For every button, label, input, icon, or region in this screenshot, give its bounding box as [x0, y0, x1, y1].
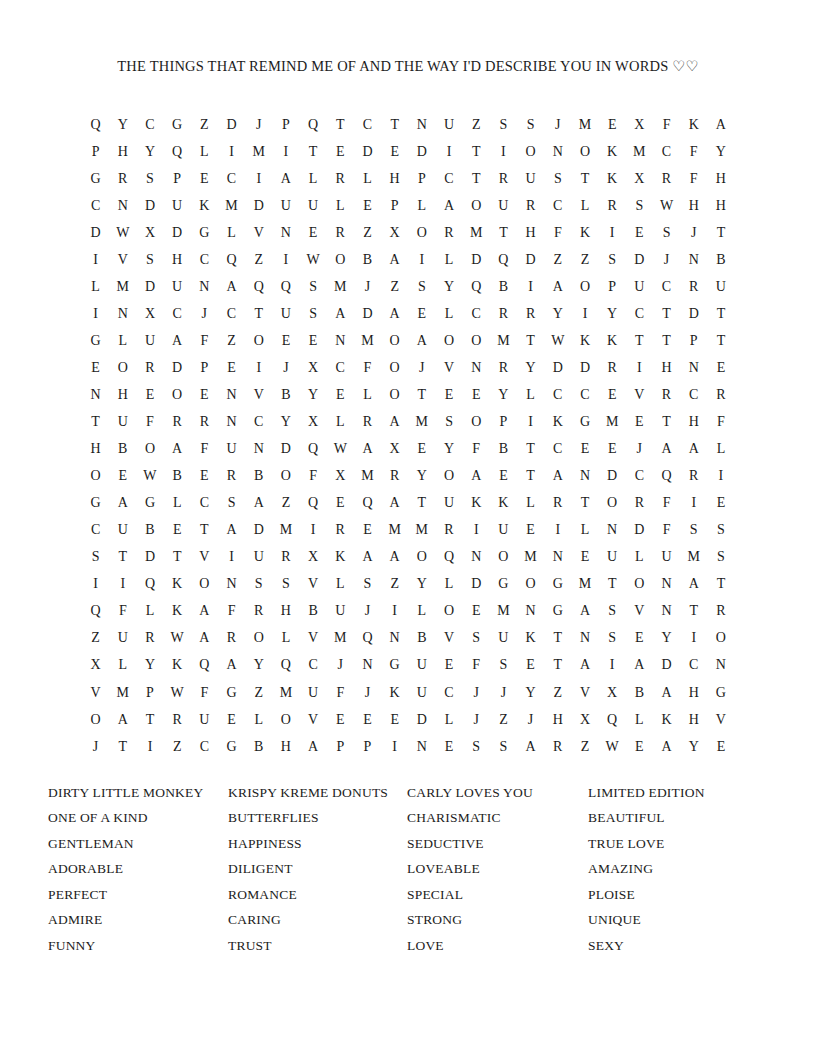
grid-cell-r6c22: J	[653, 246, 680, 273]
grid-cell-r2c14: I	[435, 138, 462, 165]
grid-cell-r7c12: Z	[381, 273, 408, 300]
grid-cell-r13c23: A	[680, 436, 707, 463]
word-list-item: ADMIRE	[48, 907, 203, 932]
grid-cell-r20c16: U	[490, 625, 517, 652]
grid-cell-r16c4: E	[164, 517, 191, 544]
grid-cell-r9c21: T	[626, 327, 653, 354]
grid-cell-r5c14: R	[435, 219, 462, 246]
grid-cell-r9c4: A	[164, 327, 191, 354]
grid-cell-r8c22: T	[653, 300, 680, 327]
grid-cell-r6c7: Z	[245, 246, 272, 273]
grid-cell-r19c20: S	[599, 598, 626, 625]
grid-cell-r4c8: U	[272, 192, 299, 219]
grid-cell-r11c2: H	[109, 381, 136, 408]
grid-cell-r4c17: R	[517, 192, 544, 219]
grid-cell-r7c2: M	[109, 273, 136, 300]
grid-cell-r11c21: V	[626, 381, 653, 408]
grid-cell-r3c6: C	[218, 165, 245, 192]
grid-cell-r4c7: D	[245, 192, 272, 219]
grid-cell-r8c3: X	[136, 300, 163, 327]
grid-cell-r11c12: O	[381, 381, 408, 408]
grid-cell-r3c20: K	[599, 165, 626, 192]
grid-cell-r23c7: L	[245, 706, 272, 733]
grid-cell-r9c2: L	[109, 327, 136, 354]
word-list: DIRTY LITTLE MONKEYONE OF A KINDGENTLEMA…	[0, 780, 816, 965]
grid-cell-r14c10: X	[327, 463, 354, 490]
grid-cell-r4c12: P	[381, 192, 408, 219]
grid-cell-r9c13: A	[408, 327, 435, 354]
grid-cell-r11c15: E	[463, 381, 490, 408]
grid-cell-r20c21: E	[626, 625, 653, 652]
grid-cell-r22c6: G	[218, 679, 245, 706]
grid-cell-r3c12: H	[381, 165, 408, 192]
grid-cell-r19c12: I	[381, 598, 408, 625]
grid-cell-r21c5: Q	[191, 652, 218, 679]
grid-cell-r6c8: I	[272, 246, 299, 273]
word-list-item: LOVEABLE	[407, 856, 533, 881]
grid-cell-r10c24: E	[707, 354, 734, 381]
grid-cell-r20c18: T	[544, 625, 571, 652]
grid-cell-r15c21: R	[626, 490, 653, 517]
grid-cell-r5c11: Z	[354, 219, 381, 246]
grid-cell-r10c11: F	[354, 354, 381, 381]
grid-cell-r24c16: S	[490, 733, 517, 760]
grid-cell-r11c6: N	[218, 381, 245, 408]
word-list-item: DIRTY LITTLE MONKEY	[48, 780, 203, 805]
grid-cell-r11c22: R	[653, 381, 680, 408]
grid-cell-r18c1: I	[82, 571, 109, 598]
grid-cell-r17c6: I	[218, 544, 245, 571]
grid-cell-r22c11: J	[354, 679, 381, 706]
grid-cell-r5c8: N	[272, 219, 299, 246]
grid-cell-r13c13: E	[408, 436, 435, 463]
grid-cell-r15c6: S	[218, 490, 245, 517]
grid-cell-r6c20: S	[599, 246, 626, 273]
grid-cell-r23c21: L	[626, 706, 653, 733]
grid-cell-r24c19: Z	[571, 733, 598, 760]
grid-cell-r7c24: U	[707, 273, 734, 300]
grid-cell-r8c17: R	[517, 300, 544, 327]
grid-cell-r20c20: S	[599, 625, 626, 652]
grid-cell-r19c17: N	[517, 598, 544, 625]
grid-cell-r5c21: E	[626, 219, 653, 246]
grid-cell-r22c2: M	[109, 679, 136, 706]
grid-cell-r24c11: P	[354, 733, 381, 760]
grid-cell-r15c8: Z	[272, 490, 299, 517]
grid-cell-r22c13: U	[408, 679, 435, 706]
grid-cell-r1c17: S	[517, 111, 544, 138]
grid-cell-r4c1: C	[82, 192, 109, 219]
grid-cell-r16c18: I	[544, 517, 571, 544]
grid-cell-r21c16: S	[490, 652, 517, 679]
grid-cell-r13c7: N	[245, 436, 272, 463]
grid-cell-r8c19: I	[571, 300, 598, 327]
grid-cell-r4c2: N	[109, 192, 136, 219]
grid-cell-r9c16: M	[490, 327, 517, 354]
grid-cell-r22c19: V	[571, 679, 598, 706]
grid-cell-r3c22: R	[653, 165, 680, 192]
grid-cell-r6c15: D	[463, 246, 490, 273]
grid-cell-r24c17: A	[517, 733, 544, 760]
grid-cell-r7c3: D	[136, 273, 163, 300]
grid-cell-r24c13: N	[408, 733, 435, 760]
grid-cell-r9c9: E	[300, 327, 327, 354]
grid-cell-r7c14: Y	[435, 273, 462, 300]
grid-cell-r22c3: P	[136, 679, 163, 706]
grid-cell-r9c10: N	[327, 327, 354, 354]
grid-cell-r4c24: H	[707, 192, 734, 219]
grid-cell-r2c8: I	[272, 138, 299, 165]
grid-cell-r15c22: F	[653, 490, 680, 517]
grid-cell-r24c8: H	[272, 733, 299, 760]
grid-cell-r1c15: Z	[463, 111, 490, 138]
grid-cell-r15c19: T	[571, 490, 598, 517]
grid-cell-r4c14: A	[435, 192, 462, 219]
grid-cell-r11c9: Y	[300, 381, 327, 408]
grid-cell-r6c16: Q	[490, 246, 517, 273]
grid-cell-r9c7: O	[245, 327, 272, 354]
grid-cell-r20c8: L	[272, 625, 299, 652]
word-column-4: LIMITED EDITIONBEAUTIFULTRUE LOVEAMAZING…	[588, 780, 705, 958]
grid-cell-r23c22: K	[653, 706, 680, 733]
grid-cell-r19c10: U	[327, 598, 354, 625]
grid-cell-r16c6: A	[218, 517, 245, 544]
grid-cell-r21c15: F	[463, 652, 490, 679]
grid-cell-r7c22: C	[653, 273, 680, 300]
grid-cell-r23c10: E	[327, 706, 354, 733]
grid-cell-r12c20: M	[599, 409, 626, 436]
grid-cell-r9c11: M	[354, 327, 381, 354]
grid-cell-r2c13: D	[408, 138, 435, 165]
word-list-item: SEXY	[588, 933, 705, 958]
grid-cell-r3c4: P	[164, 165, 191, 192]
grid-cell-r12c13: M	[408, 409, 435, 436]
grid-cell-r16c5: T	[191, 517, 218, 544]
grid-cell-r13c11: A	[354, 436, 381, 463]
grid-cell-r6c13: I	[408, 246, 435, 273]
grid-cell-r3c7: I	[245, 165, 272, 192]
grid-cell-r24c12: I	[381, 733, 408, 760]
grid-cell-r4c22: W	[653, 192, 680, 219]
grid-cell-r9c22: T	[653, 327, 680, 354]
grid-cell-r23c12: E	[381, 706, 408, 733]
grid-cell-r12c8: Y	[272, 409, 299, 436]
word-column-2: KRISPY KREME DONUTSBUTTERFLIESHAPPINESSD…	[228, 780, 388, 958]
grid-cell-r8c6: C	[218, 300, 245, 327]
grid-cell-r17c19: E	[571, 544, 598, 571]
grid-cell-r11c16: Y	[490, 381, 517, 408]
grid-cell-r11c24: R	[707, 381, 734, 408]
grid-cell-r3c9: L	[300, 165, 327, 192]
grid-cell-r4c15: O	[463, 192, 490, 219]
grid-cell-r11c20: E	[599, 381, 626, 408]
grid-cell-r12c11: R	[354, 409, 381, 436]
grid-cell-r12c23: H	[680, 409, 707, 436]
grid-cell-r2c23: F	[680, 138, 707, 165]
grid-cell-r10c20: R	[599, 354, 626, 381]
grid-cell-r2c19: O	[571, 138, 598, 165]
grid-cell-r24c14: E	[435, 733, 462, 760]
grid-cell-r24c23: Y	[680, 733, 707, 760]
grid-cell-r5c20: I	[599, 219, 626, 246]
grid-cell-r13c4: A	[164, 436, 191, 463]
grid-cell-r19c5: A	[191, 598, 218, 625]
grid-cell-r4c18: C	[544, 192, 571, 219]
grid-cell-r12c21: E	[626, 409, 653, 436]
grid-cell-r4c10: L	[327, 192, 354, 219]
grid-cell-r15c23: I	[680, 490, 707, 517]
grid-cell-r13c12: X	[381, 436, 408, 463]
grid-cell-r1c2: Y	[109, 111, 136, 138]
grid-cell-r18c12: Z	[381, 571, 408, 598]
grid-cell-r9c6: Z	[218, 327, 245, 354]
word-column-1: DIRTY LITTLE MONKEYONE OF A KINDGENTLEMA…	[48, 780, 203, 958]
grid-cell-r12c12: A	[381, 409, 408, 436]
grid-cell-r24c21: E	[626, 733, 653, 760]
grid-cell-r21c10: J	[327, 652, 354, 679]
grid-cell-r10c16: R	[490, 354, 517, 381]
grid-cell-r14c8: O	[272, 463, 299, 490]
grid-cell-r14c23: R	[680, 463, 707, 490]
grid-cell-r17c15: N	[463, 544, 490, 571]
grid-cell-r16c13: M	[408, 517, 435, 544]
grid-cell-r12c4: R	[164, 409, 191, 436]
grid-cell-r22c12: K	[381, 679, 408, 706]
grid-cell-r8c11: D	[354, 300, 381, 327]
grid-cell-r5c18: F	[544, 219, 571, 246]
grid-cell-r7c1: L	[82, 273, 109, 300]
grid-cell-r16c20: N	[599, 517, 626, 544]
grid-cell-r18c9: V	[300, 571, 327, 598]
grid-cell-r7c4: U	[164, 273, 191, 300]
grid-cell-r8c15: C	[463, 300, 490, 327]
grid-cell-r9c3: U	[136, 327, 163, 354]
grid-cell-r1c19: M	[571, 111, 598, 138]
grid-cell-r24c15: S	[463, 733, 490, 760]
grid-cell-r23c18: H	[544, 706, 571, 733]
grid-cell-r18c2: I	[109, 571, 136, 598]
grid-cell-r1c7: J	[245, 111, 272, 138]
grid-cell-r23c24: V	[707, 706, 734, 733]
grid-cell-r13c10: W	[327, 436, 354, 463]
grid-cell-r3c3: S	[136, 165, 163, 192]
word-list-item: STRONG	[407, 907, 533, 932]
grid-cell-r23c1: O	[82, 706, 109, 733]
grid-cell-r17c11: A	[354, 544, 381, 571]
grid-cell-r16c16: U	[490, 517, 517, 544]
grid-cell-r3c15: T	[463, 165, 490, 192]
grid-cell-r16c2: U	[109, 517, 136, 544]
grid-cell-r16c3: B	[136, 517, 163, 544]
grid-cell-r2c24: Y	[707, 138, 734, 165]
grid-cell-r3c10: R	[327, 165, 354, 192]
grid-cell-r6c17: D	[517, 246, 544, 273]
grid-cell-r15c5: C	[191, 490, 218, 517]
grid-cell-r8c7: T	[245, 300, 272, 327]
grid-cell-r1c4: G	[164, 111, 191, 138]
grid-cell-r13c6: U	[218, 436, 245, 463]
grid-cell-r23c13: D	[408, 706, 435, 733]
grid-cell-r15c2: A	[109, 490, 136, 517]
grid-cell-r13c3: O	[136, 436, 163, 463]
word-search-grid: QYCGZDJPQTCTNUZSSJMEXFKAPHYQLIMITEDEDITI…	[82, 111, 735, 760]
grid-cell-r6c24: B	[707, 246, 734, 273]
grid-cell-r6c10: O	[327, 246, 354, 273]
word-list-item: ADORABLE	[48, 856, 203, 881]
grid-cell-r17c16: O	[490, 544, 517, 571]
grid-cell-r3c1: G	[82, 165, 109, 192]
grid-cell-r6c23: N	[680, 246, 707, 273]
grid-cell-r22c17: Y	[517, 679, 544, 706]
grid-cell-r11c5: E	[191, 381, 218, 408]
grid-cell-r20c14: V	[435, 625, 462, 652]
grid-cell-r10c17: Y	[517, 354, 544, 381]
grid-cell-r11c13: T	[408, 381, 435, 408]
grid-cell-r2c3: Y	[136, 138, 163, 165]
grid-cell-r6c19: Z	[571, 246, 598, 273]
grid-cell-r15c13: T	[408, 490, 435, 517]
grid-cell-r9c8: E	[272, 327, 299, 354]
grid-cell-r1c21: X	[626, 111, 653, 138]
grid-cell-r23c15: J	[463, 706, 490, 733]
grid-cell-r13c21: J	[626, 436, 653, 463]
grid-cell-r8c10: A	[327, 300, 354, 327]
grid-cell-r17c24: S	[707, 544, 734, 571]
grid-cell-r8c1: I	[82, 300, 109, 327]
grid-cell-r2c9: T	[300, 138, 327, 165]
grid-cell-r18c18: G	[544, 571, 571, 598]
grid-cell-r19c22: N	[653, 598, 680, 625]
grid-cell-r18c4: K	[164, 571, 191, 598]
grid-cell-r19c18: G	[544, 598, 571, 625]
grid-cell-r22c1: V	[82, 679, 109, 706]
grid-cell-r19c14: O	[435, 598, 462, 625]
word-list-item: TRUST	[228, 933, 388, 958]
grid-cell-r18c6: N	[218, 571, 245, 598]
grid-cell-r19c9: B	[300, 598, 327, 625]
grid-cell-r17c1: S	[82, 544, 109, 571]
grid-cell-r9c1: G	[82, 327, 109, 354]
grid-cell-r23c5: U	[191, 706, 218, 733]
grid-cell-r20c1: Z	[82, 625, 109, 652]
grid-cell-r24c3: I	[136, 733, 163, 760]
grid-cell-r10c1: E	[82, 354, 109, 381]
grid-cell-r20c3: R	[136, 625, 163, 652]
grid-cell-r16c8: M	[272, 517, 299, 544]
grid-cell-r22c15: J	[463, 679, 490, 706]
grid-cell-r1c11: C	[354, 111, 381, 138]
grid-cell-r1c18: J	[544, 111, 571, 138]
grid-cell-r7c6: A	[218, 273, 245, 300]
grid-cell-r24c10: P	[327, 733, 354, 760]
grid-cell-r11c10: E	[327, 381, 354, 408]
grid-cell-r23c2: A	[109, 706, 136, 733]
grid-cell-r22c18: Z	[544, 679, 571, 706]
grid-cell-r24c7: B	[245, 733, 272, 760]
grid-cell-r16c12: M	[381, 517, 408, 544]
grid-cell-r18c17: O	[517, 571, 544, 598]
grid-cell-r8c13: E	[408, 300, 435, 327]
grid-cell-r11c11: L	[354, 381, 381, 408]
grid-cell-r3c23: F	[680, 165, 707, 192]
grid-cell-r14c12: R	[381, 463, 408, 490]
grid-cell-r14c7: B	[245, 463, 272, 490]
grid-cell-r21c11: N	[354, 652, 381, 679]
grid-cell-r5c15: M	[463, 219, 490, 246]
grid-cell-r22c16: J	[490, 679, 517, 706]
word-list-item: FUNNY	[48, 933, 203, 958]
grid-cell-r4c16: U	[490, 192, 517, 219]
grid-cell-r21c18: T	[544, 652, 571, 679]
grid-cell-r14c20: D	[599, 463, 626, 490]
grid-cell-r24c22: A	[653, 733, 680, 760]
grid-cell-r3c21: X	[626, 165, 653, 192]
grid-cell-r2c5: L	[191, 138, 218, 165]
grid-cell-r18c15: D	[463, 571, 490, 598]
grid-cell-r7c15: Q	[463, 273, 490, 300]
grid-cell-r17c21: L	[626, 544, 653, 571]
grid-cell-r4c9: U	[300, 192, 327, 219]
grid-cell-r21c22: D	[653, 652, 680, 679]
grid-cell-r6c14: L	[435, 246, 462, 273]
grid-cell-r11c1: N	[82, 381, 109, 408]
grid-cell-r3c18: S	[544, 165, 571, 192]
grid-cell-r22c4: W	[164, 679, 191, 706]
grid-cell-r10c23: N	[680, 354, 707, 381]
grid-cell-r15c3: G	[136, 490, 163, 517]
grid-cell-r5c16: T	[490, 219, 517, 246]
grid-cell-r10c10: C	[327, 354, 354, 381]
grid-cell-r24c6: G	[218, 733, 245, 760]
grid-cell-r24c20: W	[599, 733, 626, 760]
grid-cell-r10c19: D	[571, 354, 598, 381]
grid-cell-r14c21: C	[626, 463, 653, 490]
grid-cell-r12c6: N	[218, 409, 245, 436]
grid-cell-r18c23: A	[680, 571, 707, 598]
grid-cell-r22c5: F	[191, 679, 218, 706]
grid-cell-r5c19: K	[571, 219, 598, 246]
grid-cell-r5c10: R	[327, 219, 354, 246]
grid-cell-r12c1: T	[82, 409, 109, 436]
grid-cell-r18c5: O	[191, 571, 218, 598]
grid-cell-r23c8: O	[272, 706, 299, 733]
grid-cell-r8c9: S	[300, 300, 327, 327]
grid-cell-r8c14: L	[435, 300, 462, 327]
grid-cell-r4c3: D	[136, 192, 163, 219]
grid-cell-r21c19: A	[571, 652, 598, 679]
grid-cell-r2c11: D	[354, 138, 381, 165]
grid-cell-r5c12: X	[381, 219, 408, 246]
grid-cell-r10c18: D	[544, 354, 571, 381]
grid-cell-r6c2: V	[109, 246, 136, 273]
grid-cell-r21c2: L	[109, 652, 136, 679]
word-list-item: CHARISMATIC	[407, 805, 533, 830]
grid-cell-r18c21: O	[626, 571, 653, 598]
grid-cell-r14c5: E	[191, 463, 218, 490]
grid-cell-r23c14: L	[435, 706, 462, 733]
grid-cell-r12c16: P	[490, 409, 517, 436]
grid-cell-r5c6: L	[218, 219, 245, 246]
grid-cell-r11c17: L	[517, 381, 544, 408]
grid-cell-r4c11: E	[354, 192, 381, 219]
grid-cell-r17c2: T	[109, 544, 136, 571]
grid-cell-r22c21: B	[626, 679, 653, 706]
grid-cell-r19c7: R	[245, 598, 272, 625]
grid-cell-r10c3: R	[136, 354, 163, 381]
grid-cell-r22c10: F	[327, 679, 354, 706]
grid-cell-r10c21: I	[626, 354, 653, 381]
grid-cell-r9c20: K	[599, 327, 626, 354]
